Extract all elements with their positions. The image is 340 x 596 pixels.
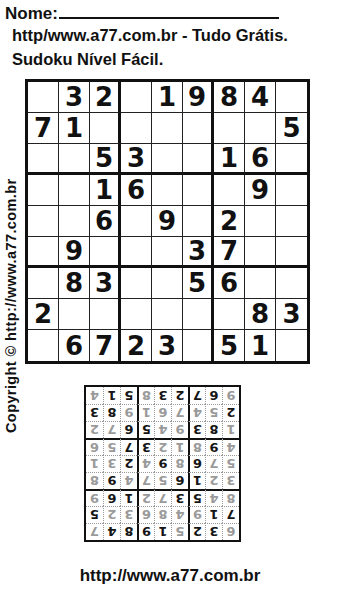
solution-cell-r1c9: 7 <box>86 523 103 540</box>
solution-cell-r6c5: 2 <box>154 438 171 455</box>
solution-cell-r6c1: 4 <box>222 438 239 455</box>
puzzle-cell-r9c7[interactable]: 5 <box>214 330 245 361</box>
puzzle-cell-r8c2[interactable] <box>59 299 90 330</box>
solution-cell-r1c7: 8 <box>120 523 137 540</box>
solution-cell-r2c3: 9 <box>188 506 205 523</box>
puzzle-cell-r8c7[interactable] <box>214 299 245 330</box>
solution-cell-r1c6: 9 <box>137 523 154 540</box>
footer-url: http://www.a77.com.br <box>0 566 340 586</box>
puzzle-cell-r6c3[interactable] <box>90 237 121 268</box>
solution-cell-r8c4: 7 <box>171 404 188 421</box>
puzzle-cell-r6c5[interactable] <box>152 237 183 268</box>
puzzle-cell-r8c9[interactable]: 3 <box>276 299 307 330</box>
puzzle-cell-r3c6[interactable] <box>183 144 214 175</box>
puzzle-cell-r8c4[interactable] <box>121 299 152 330</box>
puzzle-cell-r4c1[interactable] <box>28 175 59 206</box>
solution-cell-r6c4: 1 <box>171 438 188 455</box>
solution-cell-r7c8: 7 <box>103 421 120 438</box>
solution-cell-r5c8: 3 <box>103 455 120 472</box>
solution-cell-r9c4: 2 <box>171 387 188 404</box>
solution-cell-r7c5: 4 <box>154 421 171 438</box>
solution-cell-r3c5: 7 <box>154 489 171 506</box>
puzzle-cell-r1c7[interactable]: 8 <box>214 82 245 113</box>
solution-cell-r5c9: 1 <box>86 455 103 472</box>
solution-cell-r4c4: 6 <box>171 472 188 489</box>
puzzle-cell-r7c1[interactable] <box>28 268 59 299</box>
puzzle-cell-r4c8[interactable]: 9 <box>245 175 276 206</box>
puzzle-cell-r2c1[interactable]: 7 <box>28 113 59 144</box>
puzzle-cell-r9c1[interactable] <box>28 330 59 361</box>
solution-cell-r2c2: 1 <box>205 506 222 523</box>
puzzle-cell-r5c7[interactable]: 2 <box>214 206 245 237</box>
puzzle-cell-r7c4[interactable] <box>121 268 152 299</box>
solution-cell-r1c2: 3 <box>205 523 222 540</box>
puzzle-cell-r9c3[interactable]: 7 <box>90 330 121 361</box>
puzzle-cell-r1c9[interactable] <box>276 82 307 113</box>
puzzle-cell-r3c3[interactable]: 5 <box>90 144 121 175</box>
solution-cell-r8c9: 3 <box>86 404 103 421</box>
puzzle-cell-r7c7[interactable]: 6 <box>214 268 245 299</box>
puzzle-cell-r8c6[interactable] <box>183 299 214 330</box>
puzzle-grid: 32198471553161696929378356283672351 <box>25 79 310 364</box>
solution-cell-r8c8: 8 <box>103 404 120 421</box>
solution-cell-r8c3: 4 <box>188 404 205 421</box>
solution-cell-r1c1: 6 <box>222 523 239 540</box>
puzzle-cell-r8c1[interactable]: 2 <box>28 299 59 330</box>
puzzle-cell-r3c7[interactable]: 1 <box>214 144 245 175</box>
solution-cell-r9c7: 5 <box>120 387 137 404</box>
solution-cell-r4c1: 3 <box>222 472 239 489</box>
puzzle-cell-r5c1[interactable] <box>28 206 59 237</box>
puzzle-cell-r8c5[interactable] <box>152 299 183 330</box>
puzzle-cell-r5c2[interactable] <box>59 206 90 237</box>
puzzle-cell-r9c2[interactable]: 6 <box>59 330 90 361</box>
puzzle-cell-r7c5[interactable] <box>152 268 183 299</box>
puzzle-cell-r1c1[interactable] <box>28 82 59 113</box>
puzzle-cell-r4c4[interactable]: 6 <box>121 175 152 206</box>
solution-cell-r6c6: 3 <box>137 438 154 455</box>
puzzle-cell-r9c5[interactable]: 3 <box>152 330 183 361</box>
solution-cell-r4c7: 4 <box>120 472 137 489</box>
puzzle-cell-r2c7[interactable] <box>214 113 245 144</box>
puzzle-cell-r5c5[interactable]: 9 <box>152 206 183 237</box>
site-header-text: http/www.a77.com.br - Tudo Grátis. <box>12 26 288 45</box>
solution-cell-r9c2: 6 <box>205 387 222 404</box>
solution-cell-r1c5: 1 <box>154 523 171 540</box>
puzzle-cell-r6c9[interactable] <box>276 237 307 268</box>
puzzle-cell-r4c3[interactable]: 1 <box>90 175 121 206</box>
puzzle-cell-r9c4[interactable]: 2 <box>121 330 152 361</box>
solution-cell-r8c2: 5 <box>205 404 222 421</box>
solution-cell-r6c3: 8 <box>188 438 205 455</box>
puzzle-cell-r7c3[interactable]: 3 <box>90 268 121 299</box>
puzzle-cell-r3c2[interactable] <box>59 144 90 175</box>
solution-cell-r5c1: 5 <box>222 455 239 472</box>
puzzle-cell-r8c8[interactable]: 8 <box>245 299 276 330</box>
puzzle-cell-r1c6[interactable]: 9 <box>183 82 214 113</box>
puzzle-cell-r1c5[interactable]: 1 <box>152 82 183 113</box>
puzzle-cell-r4c7[interactable] <box>214 175 245 206</box>
puzzle-cell-r9c9[interactable] <box>276 330 307 361</box>
solution-cell-r5c2: 7 <box>205 455 222 472</box>
solution-cell-r8c5: 6 <box>154 404 171 421</box>
solution-cell-r7c1: 1 <box>222 421 239 438</box>
puzzle-cell-r9c8[interactable]: 1 <box>245 330 276 361</box>
solution-cell-r4c6: 7 <box>137 472 154 489</box>
solution-cell-r3c3: 5 <box>188 489 205 506</box>
solution-cell-r5c4: 8 <box>171 455 188 472</box>
solution-cell-r1c4: 5 <box>171 523 188 540</box>
solution-cell-r6c9: 6 <box>86 438 103 455</box>
solution-cell-r5c7: 2 <box>120 455 137 472</box>
puzzle-cell-r2c2[interactable]: 1 <box>59 113 90 144</box>
solution-cell-r8c6: 1 <box>137 404 154 421</box>
puzzle-cell-r4c6[interactable] <box>183 175 214 206</box>
solution-cell-r3c7: 1 <box>120 489 137 506</box>
puzzle-cell-r3c9[interactable] <box>276 144 307 175</box>
puzzle-cell-r2c5[interactable] <box>152 113 183 144</box>
solution-cell-r7c3: 3 <box>188 421 205 438</box>
copyright-vertical-text: Copyright © http://www.a77.com.br <box>3 178 19 433</box>
puzzle-cell-r2c9[interactable]: 5 <box>276 113 307 144</box>
puzzle-cell-r7c8[interactable] <box>245 268 276 299</box>
puzzle-cell-r5c6[interactable] <box>183 206 214 237</box>
puzzle-cell-r9c6[interactable] <box>183 330 214 361</box>
solution-cell-r3c1: 8 <box>222 489 239 506</box>
puzzle-cell-r4c2[interactable] <box>59 175 90 206</box>
puzzle-cell-r4c9[interactable] <box>276 175 307 206</box>
solution-cell-r9c8: 1 <box>103 387 120 404</box>
puzzle-cell-r2c3[interactable] <box>90 113 121 144</box>
solution-cell-r6c2: 9 <box>205 438 222 455</box>
sudoku-worksheet-page: Nome: http/www.a77.com.br - Tudo Grátis.… <box>0 0 340 596</box>
solution-cell-r7c4: 9 <box>171 421 188 438</box>
solution-cell-r7c6: 5 <box>137 421 154 438</box>
solution-cell-r7c9: 2 <box>86 421 103 438</box>
solution-cell-r2c6: 6 <box>137 506 154 523</box>
solution-cell-r5c6: 4 <box>137 455 154 472</box>
name-row: Nome: <box>5 2 279 24</box>
solution-cell-r3c9: 9 <box>86 489 103 506</box>
solution-cell-r2c9: 5 <box>86 506 103 523</box>
solution-cell-r3c4: 3 <box>171 489 188 506</box>
solution-cell-r9c1: 9 <box>222 387 239 404</box>
solution-cell-r4c2: 2 <box>205 472 222 489</box>
puzzle-cell-r2c6[interactable] <box>183 113 214 144</box>
solution-cell-r4c9: 8 <box>86 472 103 489</box>
solution-cell-r4c3: 1 <box>188 472 205 489</box>
puzzle-cell-r2c4[interactable] <box>121 113 152 144</box>
puzzle-cell-r6c1[interactable] <box>28 237 59 268</box>
solution-cell-r2c5: 8 <box>154 506 171 523</box>
solution-cell-r8c7: 9 <box>120 404 137 421</box>
solution-cell-r7c2: 8 <box>205 421 222 438</box>
puzzle-cell-r1c2[interactable]: 3 <box>59 82 90 113</box>
puzzle-cell-r6c6[interactable]: 3 <box>183 237 214 268</box>
solution-cell-r9c9: 4 <box>86 387 103 404</box>
puzzle-cell-r7c2[interactable]: 8 <box>59 268 90 299</box>
solution-cell-r2c8: 2 <box>103 506 120 523</box>
puzzle-cell-r3c1[interactable] <box>28 144 59 175</box>
solution-cell-r9c5: 3 <box>154 387 171 404</box>
solution-cell-r9c3: 7 <box>188 387 205 404</box>
solution-cell-r3c2: 4 <box>205 489 222 506</box>
puzzle-cell-r3c4[interactable]: 3 <box>121 144 152 175</box>
solution-cell-r3c8: 6 <box>103 489 120 506</box>
solution-cell-r6c8: 5 <box>103 438 120 455</box>
name-label: Nome: <box>5 4 58 23</box>
puzzle-cell-r3c5[interactable] <box>152 144 183 175</box>
solution-cell-r6c7: 7 <box>120 438 137 455</box>
puzzle-cell-r6c4[interactable] <box>121 237 152 268</box>
solution-cell-r1c8: 4 <box>103 523 120 540</box>
solution-cell-r5c5: 9 <box>154 455 171 472</box>
page-title: Sudoku Nível Fácil. <box>12 50 163 69</box>
puzzle-cell-r1c4[interactable] <box>121 82 152 113</box>
solution-cell-r8c1: 2 <box>222 404 239 421</box>
puzzle-cell-r1c3[interactable]: 2 <box>90 82 121 113</box>
puzzle-cell-r5c9[interactable] <box>276 206 307 237</box>
solution-cell-r4c5: 5 <box>154 472 171 489</box>
puzzle-cell-r1c8[interactable]: 4 <box>245 82 276 113</box>
puzzle-cell-r6c2[interactable]: 9 <box>59 237 90 268</box>
solution-cell-r5c3: 6 <box>188 455 205 472</box>
puzzle-cell-r4c5[interactable] <box>152 175 183 206</box>
solution-cell-r3c6: 2 <box>137 489 154 506</box>
puzzle-cell-r6c7[interactable]: 7 <box>214 237 245 268</box>
puzzle-cell-r6c8[interactable] <box>245 237 276 268</box>
solution-cell-r4c8: 9 <box>103 472 120 489</box>
solution-cell-r2c4: 4 <box>171 506 188 523</box>
puzzle-cell-r2c8[interactable] <box>245 113 276 144</box>
solution-cell-r9c6: 8 <box>137 387 154 404</box>
puzzle-cell-r5c3[interactable]: 6 <box>90 206 121 237</box>
solution-cell-r2c1: 7 <box>222 506 239 523</box>
puzzle-cell-r7c9[interactable] <box>276 268 307 299</box>
solution-cell-r7c7: 6 <box>120 421 137 438</box>
puzzle-cell-r8c3[interactable] <box>90 299 121 330</box>
name-fill-in-line[interactable] <box>59 2 279 19</box>
puzzle-cell-r3c8[interactable]: 6 <box>245 144 276 175</box>
solution-cell-r2c7: 3 <box>120 506 137 523</box>
solution-grid-rotated: 6325198477194863258453721693216574985768… <box>84 385 241 542</box>
solution-cell-r1c3: 2 <box>188 523 205 540</box>
puzzle-cell-r5c4[interactable] <box>121 206 152 237</box>
puzzle-cell-r7c6[interactable]: 5 <box>183 268 214 299</box>
puzzle-cell-r5c8[interactable] <box>245 206 276 237</box>
